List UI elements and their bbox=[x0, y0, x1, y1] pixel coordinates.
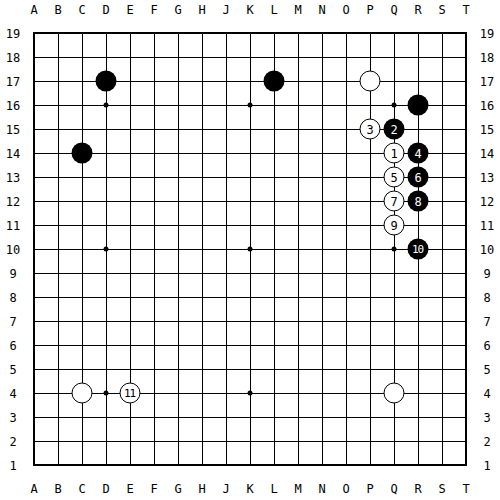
star-point-K4 bbox=[248, 391, 253, 396]
coord-label-top-Q: Q bbox=[390, 4, 397, 16]
coord-label-right-18: 18 bbox=[480, 52, 494, 64]
coord-label-bottom-K: K bbox=[246, 483, 253, 495]
coord-label-top-F: F bbox=[150, 4, 157, 16]
coord-label-top-C: C bbox=[78, 4, 85, 16]
coord-label-left-14: 14 bbox=[6, 148, 20, 160]
coord-label-right-14: 14 bbox=[480, 148, 494, 160]
coord-label-right-15: 15 bbox=[480, 124, 494, 136]
coord-label-top-G: G bbox=[174, 4, 181, 16]
stone-black-D17 bbox=[96, 71, 117, 92]
coord-label-right-12: 12 bbox=[480, 196, 494, 208]
coord-label-left-9: 9 bbox=[9, 268, 16, 280]
coord-label-right-2: 2 bbox=[483, 436, 490, 448]
coord-label-bottom-S: S bbox=[438, 483, 445, 495]
coord-label-bottom-O: O bbox=[342, 483, 349, 495]
coord-label-bottom-N: N bbox=[318, 483, 325, 495]
coord-label-right-5: 5 bbox=[483, 364, 490, 376]
move-7-white-Q12: 7 bbox=[384, 191, 405, 212]
stone-white-Q4 bbox=[384, 383, 405, 404]
coord-label-left-2: 2 bbox=[9, 436, 16, 448]
coord-label-bottom-A: A bbox=[30, 483, 37, 495]
coord-label-top-O: O bbox=[342, 4, 349, 16]
coord-label-bottom-G: G bbox=[174, 483, 181, 495]
coord-label-top-S: S bbox=[438, 4, 445, 16]
coord-label-top-R: R bbox=[414, 4, 421, 16]
coord-label-right-9: 9 bbox=[483, 268, 490, 280]
coord-label-top-L: L bbox=[270, 4, 277, 16]
coord-label-bottom-F: F bbox=[150, 483, 157, 495]
coord-label-bottom-P: P bbox=[366, 483, 373, 495]
coord-label-right-4: 4 bbox=[483, 388, 490, 400]
coord-label-right-10: 10 bbox=[480, 244, 494, 256]
coord-label-right-11: 11 bbox=[480, 220, 494, 232]
coord-label-left-13: 13 bbox=[6, 172, 20, 184]
coord-label-bottom-Q: Q bbox=[390, 483, 397, 495]
coord-label-bottom-J: J bbox=[222, 483, 229, 495]
coord-label-top-J: J bbox=[222, 4, 229, 16]
move-3-white-P15: 3 bbox=[360, 119, 381, 140]
coord-label-right-19: 19 bbox=[480, 28, 494, 40]
coord-label-bottom-L: L bbox=[270, 483, 277, 495]
coord-label-top-B: B bbox=[54, 4, 61, 16]
star-point-Q16 bbox=[392, 103, 397, 108]
coord-label-top-T: T bbox=[462, 4, 469, 16]
coord-label-top-N: N bbox=[318, 4, 325, 16]
coord-label-left-17: 17 bbox=[6, 76, 20, 88]
coord-label-left-3: 3 bbox=[9, 412, 16, 424]
coord-label-top-P: P bbox=[366, 4, 373, 16]
move-5-white-Q13: 5 bbox=[384, 167, 405, 188]
coord-label-left-10: 10 bbox=[6, 244, 20, 256]
move-2-black-Q15: 2 bbox=[384, 119, 405, 140]
stone-black-L17 bbox=[264, 71, 285, 92]
move-6-black-R13: 6 bbox=[408, 167, 429, 188]
coord-label-right-16: 16 bbox=[480, 100, 494, 112]
coord-label-left-1: 1 bbox=[9, 460, 16, 472]
coord-label-left-7: 7 bbox=[9, 316, 16, 328]
stone-black-R16 bbox=[408, 95, 429, 116]
coord-label-bottom-R: R bbox=[414, 483, 421, 495]
move-8-black-R12: 8 bbox=[408, 191, 429, 212]
coord-label-top-E: E bbox=[126, 4, 133, 16]
coord-label-right-6: 6 bbox=[483, 340, 490, 352]
coord-label-right-17: 17 bbox=[480, 76, 494, 88]
coord-label-bottom-H: H bbox=[198, 483, 205, 495]
coord-label-right-8: 8 bbox=[483, 292, 490, 304]
coord-label-left-12: 12 bbox=[6, 196, 20, 208]
coord-label-right-13: 13 bbox=[480, 172, 494, 184]
coord-label-bottom-C: C bbox=[78, 483, 85, 495]
star-point-D16 bbox=[104, 103, 109, 108]
move-10-black-R10: 10 bbox=[408, 239, 429, 260]
coord-label-left-4: 4 bbox=[9, 388, 16, 400]
coord-label-top-H: H bbox=[198, 4, 205, 16]
coord-label-left-16: 16 bbox=[6, 100, 20, 112]
coord-label-bottom-B: B bbox=[54, 483, 61, 495]
star-point-D10 bbox=[104, 247, 109, 252]
move-9-white-Q11: 9 bbox=[384, 215, 405, 236]
star-point-K16 bbox=[248, 103, 253, 108]
coord-label-bottom-D: D bbox=[102, 483, 109, 495]
coord-label-bottom-E: E bbox=[126, 483, 133, 495]
coord-label-left-11: 11 bbox=[6, 220, 20, 232]
coord-label-bottom-T: T bbox=[462, 483, 469, 495]
coord-label-bottom-M: M bbox=[294, 483, 301, 495]
star-point-Q10 bbox=[392, 247, 397, 252]
coord-label-right-1: 1 bbox=[483, 460, 490, 472]
coord-label-left-6: 6 bbox=[9, 340, 16, 352]
coord-label-top-K: K bbox=[246, 4, 253, 16]
coord-label-right-7: 7 bbox=[483, 316, 490, 328]
coord-label-left-5: 5 bbox=[9, 364, 16, 376]
star-point-K10 bbox=[248, 247, 253, 252]
move-1-white-Q14: 1 bbox=[384, 143, 405, 164]
coord-label-left-15: 15 bbox=[6, 124, 20, 136]
coord-label-top-A: A bbox=[30, 4, 37, 16]
coord-label-top-M: M bbox=[294, 4, 301, 16]
coord-label-left-19: 19 bbox=[6, 28, 20, 40]
stone-white-P17 bbox=[360, 71, 381, 92]
coord-label-top-D: D bbox=[102, 4, 109, 16]
stone-black-C14 bbox=[72, 143, 93, 164]
stone-white-C4 bbox=[72, 383, 93, 404]
coord-label-left-18: 18 bbox=[6, 52, 20, 64]
move-11-white-E4: 11 bbox=[120, 383, 141, 404]
star-point-D4 bbox=[104, 391, 109, 396]
coord-label-left-8: 8 bbox=[9, 292, 16, 304]
move-4-black-R14: 4 bbox=[408, 143, 429, 164]
coord-label-right-3: 3 bbox=[483, 412, 490, 424]
go-board-diagram: AABBCCDDEEFFGGHHJJKKLLMMNNOOPPQQRRSSTT19… bbox=[0, 0, 500, 500]
